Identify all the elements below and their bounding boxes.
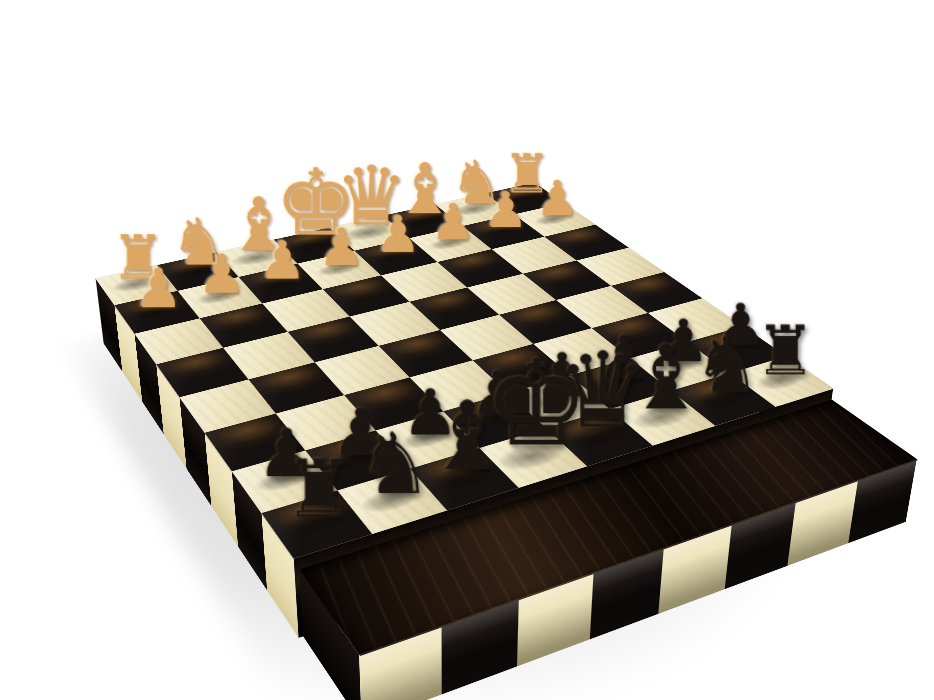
wood-pawn-icon: ♟ (80, 262, 237, 314)
product-photo-scene: ♜♞♝♚♛♝♞♜♟♟♟♟♟♟♟♟♟♟♟♟♟♟♟♟♜♞♝♚♛♝♞♜ (0, 0, 934, 700)
black-rook-icon: ♜ (220, 452, 418, 527)
board-3d-assembly: ♜♞♝♚♛♝♞♜♟♟♟♟♟♟♟♟♟♟♟♟♟♟♟♟♜♞♝♚♛♝♞♜ (96, 183, 834, 559)
